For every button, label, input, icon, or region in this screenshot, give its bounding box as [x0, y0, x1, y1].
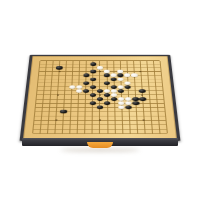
intersection[interactable]: [96, 131, 104, 136]
intersection[interactable]: [138, 89, 145, 93]
go-board-surface: [23, 56, 177, 139]
intersection[interactable]: [163, 131, 171, 136]
star-point: [57, 94, 59, 95]
black-stone: [56, 66, 62, 69]
star-point: [55, 120, 57, 121]
intersection[interactable]: [81, 131, 89, 136]
intersection[interactable]: [104, 131, 112, 136]
goban-grid: [29, 59, 172, 136]
black-stone: [83, 74, 89, 77]
star-point: [99, 71, 101, 72]
white-stone: [131, 74, 137, 77]
star-point: [141, 94, 143, 95]
star-point: [58, 71, 60, 72]
intersection[interactable]: [74, 131, 82, 136]
black-stone: [132, 101, 139, 105]
star-point: [99, 94, 101, 95]
star-point: [140, 71, 142, 72]
black-stone: [139, 89, 146, 93]
go-board-frame: [20, 55, 181, 142]
intersection[interactable]: [111, 131, 119, 136]
star-point: [99, 120, 101, 121]
go-board-photo: [0, 0, 200, 200]
intersection[interactable]: [131, 73, 138, 77]
black-stone: [90, 62, 96, 65]
drawer-handle[interactable]: [87, 142, 113, 148]
white-stone: [97, 66, 103, 69]
black-stone: [139, 97, 146, 101]
star-point: [143, 120, 145, 121]
black-stone: [90, 70, 96, 73]
ground-shadow: [60, 148, 140, 152]
intersection[interactable]: [89, 131, 97, 136]
